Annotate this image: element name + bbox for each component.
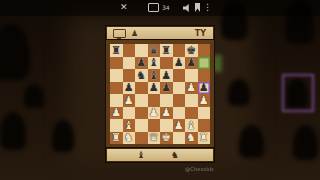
background-blur-green-highlight xyxy=(213,55,222,72)
piece-white-knight[interactable]: ♞ xyxy=(186,132,196,143)
background-blur-piece xyxy=(239,125,264,158)
knight-icon[interactable]: ♞ xyxy=(171,149,179,162)
square-h6[interactable] xyxy=(198,69,211,82)
square-a5[interactable] xyxy=(110,82,123,95)
piece-white-knight[interactable]: ♞ xyxy=(124,132,134,143)
square-f3[interactable] xyxy=(173,107,186,120)
square-h1[interactable]: ♜ xyxy=(198,132,211,145)
piece-black-pawn[interactable]: ♟ xyxy=(161,70,171,81)
background-blur-piece xyxy=(24,84,44,108)
screen-icon xyxy=(148,3,159,12)
piece-black-rook[interactable]: ♜ xyxy=(111,45,121,56)
square-d1[interactable]: ♛ xyxy=(148,132,161,145)
top-panel-label: TY xyxy=(195,28,206,40)
square-a2[interactable] xyxy=(110,119,123,132)
square-d3[interactable]: ♟ xyxy=(148,107,161,120)
square-d2[interactable] xyxy=(148,119,161,132)
bookmark-icon[interactable] xyxy=(195,3,200,12)
game-top-panel: ♟ TY xyxy=(106,26,214,41)
piece-white-bishop[interactable]: ♝ xyxy=(186,120,196,131)
bishop-icon[interactable]: ♝ xyxy=(137,149,145,162)
piece-black-pawn[interactable]: ♟ xyxy=(199,82,209,93)
piece-white-pawn[interactable]: ♟ xyxy=(149,107,159,118)
viewers-indicator[interactable]: 34 xyxy=(148,3,170,12)
square-g5[interactable]: ♟ xyxy=(185,82,198,95)
square-h8[interactable] xyxy=(198,44,211,57)
status-bar: ✕ 34 ⋮ xyxy=(0,0,320,16)
square-b5[interactable]: ♟ xyxy=(123,82,136,95)
piece-white-queen[interactable]: ♛ xyxy=(149,132,159,143)
square-b2[interactable]: ♝ xyxy=(123,119,136,132)
square-f4[interactable] xyxy=(173,94,186,107)
square-e8[interactable]: ♜ xyxy=(160,44,173,57)
piece-black-pawn[interactable]: ♟ xyxy=(136,57,146,68)
game-bottom-panel: ♝ ♞ xyxy=(106,148,214,162)
square-e6[interactable]: ♟ xyxy=(160,69,173,82)
square-d6[interactable]: ♝ xyxy=(148,69,161,82)
pawn-icon: ♟ xyxy=(131,28,138,39)
piece-black-rook[interactable]: ♜ xyxy=(161,45,171,56)
square-g2[interactable]: ♝ xyxy=(185,119,198,132)
piece-black-knight[interactable]: ♞ xyxy=(136,70,146,81)
chess-board: ♜♛♜♚♟♝♟♟♞♝♟♟♟♟♟♟♟♟♟♟♟♝♟♝♜♞♛♚♞♜ xyxy=(110,44,210,144)
piece-black-pawn[interactable]: ♟ xyxy=(186,57,196,68)
background-blur-purple-highlight xyxy=(282,74,314,112)
background-blur-piece xyxy=(0,112,26,150)
piece-black-pawn[interactable]: ♟ xyxy=(149,82,159,93)
square-c2[interactable] xyxy=(135,119,148,132)
square-g7[interactable]: ♟ xyxy=(185,57,198,70)
square-e4[interactable] xyxy=(160,94,173,107)
piece-white-pawn[interactable]: ♟ xyxy=(199,95,209,106)
square-h5[interactable]: ♟ xyxy=(198,82,211,95)
square-c5[interactable] xyxy=(135,82,148,95)
square-e7[interactable] xyxy=(160,57,173,70)
square-a4[interactable] xyxy=(110,94,123,107)
square-a7[interactable] xyxy=(110,57,123,70)
square-c8[interactable] xyxy=(135,44,148,57)
square-d7[interactable]: ♝ xyxy=(148,57,161,70)
square-g6[interactable] xyxy=(185,69,198,82)
square-b6[interactable] xyxy=(123,69,136,82)
piece-white-rook[interactable]: ♜ xyxy=(199,132,209,143)
square-f1[interactable] xyxy=(173,132,186,145)
piece-white-bishop[interactable]: ♝ xyxy=(124,120,134,131)
piece-black-king[interactable]: ♚ xyxy=(186,45,196,56)
square-c6[interactable]: ♞ xyxy=(135,69,148,82)
piece-black-queen[interactable]: ♛ xyxy=(149,45,159,56)
square-f2[interactable]: ♟ xyxy=(173,119,186,132)
piece-black-pawn[interactable]: ♟ xyxy=(124,82,134,93)
piece-black-pawn[interactable]: ♟ xyxy=(174,57,184,68)
background-blur-piece xyxy=(0,24,30,80)
piece-white-rook[interactable]: ♜ xyxy=(111,132,121,143)
square-b3[interactable] xyxy=(123,107,136,120)
overflow-menu-icon[interactable]: ⋮ xyxy=(203,2,212,12)
square-d5[interactable]: ♟ xyxy=(148,82,161,95)
square-c3[interactable] xyxy=(135,107,148,120)
piece-white-pawn[interactable]: ♟ xyxy=(124,95,134,106)
piece-black-bishop[interactable]: ♝ xyxy=(149,57,159,68)
phone-screen: ✕ 34 ⋮ ♟ TY ♜♛♜♚♟♝♟♟♞♝♟♟♟♟♟♟♟♟♟♟♟♝♟♝♜♞♛♚… xyxy=(0,0,320,180)
square-g1[interactable]: ♞ xyxy=(185,132,198,145)
square-g3[interactable] xyxy=(185,107,198,120)
piece-white-pawn[interactable]: ♟ xyxy=(161,107,171,118)
stream-monitor-icon[interactable] xyxy=(113,29,126,38)
square-f6[interactable] xyxy=(173,69,186,82)
background-blur-piece xyxy=(228,79,250,106)
square-c7[interactable]: ♟ xyxy=(135,57,148,70)
square-d4[interactable] xyxy=(148,94,161,107)
square-h4[interactable]: ♟ xyxy=(198,94,211,107)
square-d8[interactable]: ♛ xyxy=(148,44,161,57)
square-h3[interactable] xyxy=(198,107,211,120)
board-frame: ♜♛♜♚♟♝♟♟♞♝♟♟♟♟♟♟♟♟♟♟♟♝♟♝♜♞♛♚♞♜ xyxy=(106,40,214,148)
piece-white-king[interactable]: ♚ xyxy=(161,132,171,143)
square-a6[interactable] xyxy=(110,69,123,82)
piece-white-pawn[interactable]: ♟ xyxy=(111,107,121,118)
piece-white-pawn[interactable]: ♟ xyxy=(174,120,184,131)
square-f7[interactable]: ♟ xyxy=(173,57,186,70)
square-g4[interactable] xyxy=(185,94,198,107)
square-b7[interactable] xyxy=(123,57,136,70)
square-h7[interactable] xyxy=(198,57,211,70)
square-e2[interactable] xyxy=(160,119,173,132)
piece-black-pawn[interactable]: ♟ xyxy=(161,82,171,93)
viewer-count: 34 xyxy=(162,4,170,11)
square-c4[interactable] xyxy=(135,94,148,107)
square-b1[interactable]: ♞ xyxy=(123,132,136,145)
square-e3[interactable]: ♟ xyxy=(160,107,173,120)
square-f8[interactable] xyxy=(173,44,186,57)
square-f5[interactable] xyxy=(173,82,186,95)
background-blur-piece xyxy=(52,120,74,152)
background-blur-piece xyxy=(293,125,318,160)
volume-icon[interactable] xyxy=(183,4,191,12)
close-icon[interactable]: ✕ xyxy=(120,2,128,12)
square-g8[interactable]: ♚ xyxy=(185,44,198,57)
piece-black-bishop[interactable]: ♝ xyxy=(149,70,159,81)
square-h2[interactable] xyxy=(198,119,211,132)
square-e1[interactable]: ♚ xyxy=(160,132,173,145)
watermark: @Chessbls xyxy=(185,166,214,172)
square-b4[interactable]: ♟ xyxy=(123,94,136,107)
square-e5[interactable]: ♟ xyxy=(160,82,173,95)
square-a8[interactable]: ♜ xyxy=(110,44,123,57)
piece-white-pawn[interactable]: ♟ xyxy=(186,82,196,93)
square-a1[interactable]: ♜ xyxy=(110,132,123,145)
square-c1[interactable] xyxy=(135,132,148,145)
square-a3[interactable]: ♟ xyxy=(110,107,123,120)
square-b8[interactable] xyxy=(123,44,136,57)
